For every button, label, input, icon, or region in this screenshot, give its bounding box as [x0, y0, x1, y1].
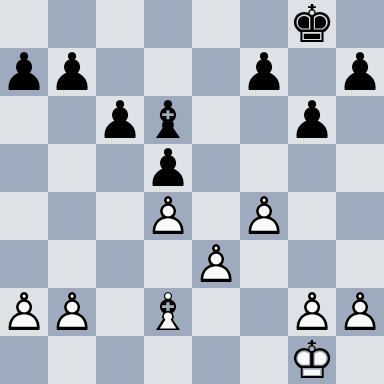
piece-glyph-outline: ♗: [144, 288, 192, 336]
chess-board: ♚♟♟♟♟♟♝♟♟♟♙♟♙♟♙♟♙♟♙♝♗♟♙♟♙♚♔: [0, 0, 384, 384]
black-pawn-icon[interactable]: ♟: [336, 48, 384, 96]
piece-glyph-fill: ♟: [96, 96, 144, 144]
square-a7[interactable]: ♟: [0, 48, 48, 96]
piece-glyph-fill: ♟: [288, 96, 336, 144]
square-f8[interactable]: [240, 0, 288, 48]
piece-glyph-fill: ♚: [288, 0, 336, 48]
square-a1[interactable]: [0, 336, 48, 384]
square-h1[interactable]: [336, 336, 384, 384]
square-f3[interactable]: [240, 240, 288, 288]
square-c4[interactable]: [96, 192, 144, 240]
square-d2[interactable]: ♝♗: [144, 288, 192, 336]
piece-glyph-outline: ♙: [0, 288, 48, 336]
square-f5[interactable]: [240, 144, 288, 192]
square-a3[interactable]: [0, 240, 48, 288]
square-e4[interactable]: [192, 192, 240, 240]
square-d4[interactable]: ♟♙: [144, 192, 192, 240]
white-pawn-icon[interactable]: ♟♙: [144, 192, 192, 240]
square-e3[interactable]: ♟♙: [192, 240, 240, 288]
square-f2[interactable]: [240, 288, 288, 336]
square-d6[interactable]: ♝: [144, 96, 192, 144]
square-d8[interactable]: [144, 0, 192, 48]
piece-glyph-outline: ♙: [48, 288, 96, 336]
black-pawn-icon[interactable]: ♟: [288, 96, 336, 144]
square-h8[interactable]: [336, 0, 384, 48]
square-g5[interactable]: [288, 144, 336, 192]
piece-glyph-fill: ♝: [144, 96, 192, 144]
square-h4[interactable]: [336, 192, 384, 240]
square-e1[interactable]: [192, 336, 240, 384]
black-pawn-icon[interactable]: ♟: [96, 96, 144, 144]
piece-glyph-outline: ♙: [144, 192, 192, 240]
white-king-icon[interactable]: ♚♔: [288, 336, 336, 384]
square-b6[interactable]: [48, 96, 96, 144]
black-bishop-icon[interactable]: ♝: [144, 96, 192, 144]
square-d5[interactable]: ♟: [144, 144, 192, 192]
square-g1[interactable]: ♚♔: [288, 336, 336, 384]
black-pawn-icon[interactable]: ♟: [144, 144, 192, 192]
piece-glyph-outline: ♙: [288, 288, 336, 336]
square-c7[interactable]: [96, 48, 144, 96]
square-f1[interactable]: [240, 336, 288, 384]
square-e5[interactable]: [192, 144, 240, 192]
square-d1[interactable]: [144, 336, 192, 384]
piece-glyph-fill: ♟: [336, 48, 384, 96]
square-g4[interactable]: [288, 192, 336, 240]
square-a6[interactable]: [0, 96, 48, 144]
black-pawn-icon[interactable]: ♟: [0, 48, 48, 96]
white-bishop-icon[interactable]: ♝♗: [144, 288, 192, 336]
square-h2[interactable]: ♟♙: [336, 288, 384, 336]
white-pawn-icon[interactable]: ♟♙: [192, 240, 240, 288]
piece-glyph-fill: ♟: [240, 48, 288, 96]
square-g7[interactable]: [288, 48, 336, 96]
square-a5[interactable]: [0, 144, 48, 192]
piece-glyph-outline: ♙: [192, 240, 240, 288]
black-pawn-icon[interactable]: ♟: [48, 48, 96, 96]
square-a2[interactable]: ♟♙: [0, 288, 48, 336]
square-c2[interactable]: [96, 288, 144, 336]
square-h7[interactable]: ♟: [336, 48, 384, 96]
square-d3[interactable]: [144, 240, 192, 288]
square-c1[interactable]: [96, 336, 144, 384]
white-pawn-icon[interactable]: ♟♙: [336, 288, 384, 336]
white-pawn-icon[interactable]: ♟♙: [0, 288, 48, 336]
black-pawn-icon[interactable]: ♟: [240, 48, 288, 96]
square-f4[interactable]: ♟♙: [240, 192, 288, 240]
piece-glyph-outline: ♙: [240, 192, 288, 240]
square-a4[interactable]: [0, 192, 48, 240]
square-f7[interactable]: ♟: [240, 48, 288, 96]
square-d7[interactable]: [144, 48, 192, 96]
white-pawn-icon[interactable]: ♟♙: [240, 192, 288, 240]
black-king-icon[interactable]: ♚: [288, 0, 336, 48]
square-c5[interactable]: [96, 144, 144, 192]
square-b7[interactable]: ♟: [48, 48, 96, 96]
square-h3[interactable]: [336, 240, 384, 288]
square-e2[interactable]: [192, 288, 240, 336]
square-c6[interactable]: ♟: [96, 96, 144, 144]
square-g6[interactable]: ♟: [288, 96, 336, 144]
square-b5[interactable]: [48, 144, 96, 192]
piece-glyph-fill: ♟: [48, 48, 96, 96]
square-e6[interactable]: [192, 96, 240, 144]
square-f6[interactable]: [240, 96, 288, 144]
square-g2[interactable]: ♟♙: [288, 288, 336, 336]
piece-glyph-fill: ♟: [0, 48, 48, 96]
piece-glyph-outline: ♔: [288, 336, 336, 384]
square-b8[interactable]: [48, 0, 96, 48]
white-pawn-icon[interactable]: ♟♙: [288, 288, 336, 336]
piece-glyph-fill: ♟: [144, 144, 192, 192]
square-h6[interactable]: [336, 96, 384, 144]
square-b4[interactable]: [48, 192, 96, 240]
square-e7[interactable]: [192, 48, 240, 96]
square-b1[interactable]: [48, 336, 96, 384]
square-g8[interactable]: ♚: [288, 0, 336, 48]
white-pawn-icon[interactable]: ♟♙: [48, 288, 96, 336]
square-c8[interactable]: [96, 0, 144, 48]
piece-glyph-outline: ♙: [336, 288, 384, 336]
square-b2[interactable]: ♟♙: [48, 288, 96, 336]
square-b3[interactable]: [48, 240, 96, 288]
square-a8[interactable]: [0, 0, 48, 48]
square-e8[interactable]: [192, 0, 240, 48]
square-c3[interactable]: [96, 240, 144, 288]
square-g3[interactable]: [288, 240, 336, 288]
square-h5[interactable]: [336, 144, 384, 192]
